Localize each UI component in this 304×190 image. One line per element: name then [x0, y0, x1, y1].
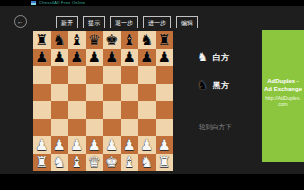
white-bishop-icon: ♝: [123, 155, 136, 170]
square-f7[interactable]: ♟: [121, 49, 139, 67]
square-a3[interactable]: [33, 119, 51, 137]
white-pawn-icon: ♟: [123, 138, 136, 153]
square-d6[interactable]: [86, 66, 104, 84]
square-h1[interactable]: ♜: [156, 154, 174, 172]
square-g4[interactable]: [138, 101, 156, 119]
black-rook-icon: ♜: [35, 33, 48, 48]
player-black[interactable]: ♞黑方: [197, 78, 229, 92]
square-h7[interactable]: ♟: [156, 49, 174, 67]
black-rook-icon: ♜: [158, 33, 171, 48]
white-pawn-icon: ♟: [140, 138, 153, 153]
square-g3[interactable]: [138, 119, 156, 137]
square-e4[interactable]: [103, 101, 121, 119]
white-pawn-icon: ♟: [105, 138, 118, 153]
game-area: ♜♞♝♛♚♝♞♜♟♟♟♟♟♟♟♟♟♟♟♟♟♟♟♟♜♞♝♛♚♝♞♜ ♞白方♞黑方 …: [0, 28, 304, 174]
square-g2[interactable]: ♟: [138, 136, 156, 154]
player-white[interactable]: ♞白方: [197, 50, 229, 64]
white-bishop-icon: ♝: [70, 155, 83, 170]
back-button[interactable]: ←: [14, 15, 27, 28]
square-g1[interactable]: ♞: [138, 154, 156, 172]
white-rook-icon: ♜: [158, 155, 171, 170]
square-g7[interactable]: ♟: [138, 49, 156, 67]
white-pawn-icon: ♟: [70, 138, 83, 153]
square-h8[interactable]: ♜: [156, 31, 174, 49]
square-g8[interactable]: ♞: [138, 31, 156, 49]
black-knight-icon: ♞: [140, 33, 153, 48]
black-bishop-icon: ♝: [70, 33, 83, 48]
black-knight-icon: ♞: [197, 79, 208, 91]
black-pawn-icon: ♟: [158, 50, 171, 65]
black-pawn-icon: ♟: [70, 50, 83, 65]
chess-board: ♜♞♝♛♚♝♞♜♟♟♟♟♟♟♟♟♟♟♟♟♟♟♟♟♜♞♝♛♚♝♞♜: [33, 31, 173, 171]
square-a4[interactable]: [33, 101, 51, 119]
square-f1[interactable]: ♝: [121, 154, 139, 172]
bottom-black-strip: [0, 174, 304, 190]
square-e5[interactable]: [103, 84, 121, 102]
square-d1[interactable]: ♛: [86, 154, 104, 172]
player-list: ♞白方♞黑方: [197, 50, 229, 106]
white-pawn-icon: ♟: [88, 138, 101, 153]
black-pawn-icon: ♟: [35, 50, 48, 65]
app-icon: [31, 1, 36, 5]
white-rook-icon: ♜: [35, 155, 48, 170]
square-a1[interactable]: ♜: [33, 154, 51, 172]
white-pawn-icon: ♟: [53, 138, 66, 153]
black-pawn-icon: ♟: [140, 50, 153, 65]
square-b2[interactable]: ♟: [51, 136, 69, 154]
square-a5[interactable]: [33, 84, 51, 102]
square-f6[interactable]: [121, 66, 139, 84]
square-e8[interactable]: ♚: [103, 31, 121, 49]
square-h2[interactable]: ♟: [156, 136, 174, 154]
square-f5[interactable]: [121, 84, 139, 102]
square-c8[interactable]: ♝: [68, 31, 86, 49]
square-c4[interactable]: [68, 101, 86, 119]
square-c2[interactable]: ♟: [68, 136, 86, 154]
square-d3[interactable]: [86, 119, 104, 137]
square-h6[interactable]: [156, 66, 174, 84]
square-a2[interactable]: ♟: [33, 136, 51, 154]
app-window: Chess4All Free Online ← 新开提示退一步进一步编辑 ♜♞♝…: [0, 0, 304, 190]
ad-url: http://AdDuplex.com: [264, 95, 302, 108]
white-knight-icon: ♞: [140, 155, 153, 170]
square-f2[interactable]: ♟: [121, 136, 139, 154]
square-c5[interactable]: [68, 84, 86, 102]
white-pawn-icon: ♟: [158, 138, 171, 153]
square-b7[interactable]: ♟: [51, 49, 69, 67]
square-d2[interactable]: ♟: [86, 136, 104, 154]
command-bar: ← 新开提示退一步进一步编辑: [0, 6, 304, 28]
square-e6[interactable]: [103, 66, 121, 84]
ad-title: AdDuplex - Ad Exchange: [264, 78, 302, 93]
white-knight-icon: ♞: [197, 51, 208, 63]
square-d4[interactable]: [86, 101, 104, 119]
black-bishop-icon: ♝: [123, 33, 136, 48]
square-e3[interactable]: [103, 119, 121, 137]
square-h4[interactable]: [156, 101, 174, 119]
black-pawn-icon: ♟: [88, 50, 101, 65]
white-pawn-icon: ♟: [35, 138, 48, 153]
square-e7[interactable]: ♟: [103, 49, 121, 67]
black-queen-icon: ♛: [88, 33, 101, 48]
white-king-icon: ♚: [105, 155, 118, 170]
player-label: 黑方: [213, 80, 229, 91]
square-h3[interactable]: [156, 119, 174, 137]
square-e1[interactable]: ♚: [103, 154, 121, 172]
square-d8[interactable]: ♛: [86, 31, 104, 49]
square-c7[interactable]: ♟: [68, 49, 86, 67]
square-b1[interactable]: ♞: [51, 154, 69, 172]
square-c1[interactable]: ♝: [68, 154, 86, 172]
square-g6[interactable]: [138, 66, 156, 84]
square-b8[interactable]: ♞: [51, 31, 69, 49]
square-d7[interactable]: ♟: [86, 49, 104, 67]
square-b6[interactable]: [51, 66, 69, 84]
square-b4[interactable]: [51, 101, 69, 119]
square-c3[interactable]: [68, 119, 86, 137]
ad-banner[interactable]: AdDuplex - Ad Exchange http://AdDuplex.c…: [262, 30, 304, 162]
square-h5[interactable]: [156, 84, 174, 102]
white-knight-icon: ♞: [53, 155, 66, 170]
square-a7[interactable]: ♟: [33, 49, 51, 67]
black-pawn-icon: ♟: [105, 50, 118, 65]
black-pawn-icon: ♟: [123, 50, 136, 65]
square-f3[interactable]: [121, 119, 139, 137]
square-b3[interactable]: [51, 119, 69, 137]
square-e2[interactable]: ♟: [103, 136, 121, 154]
square-g5[interactable]: [138, 84, 156, 102]
square-a8[interactable]: ♜: [33, 31, 51, 49]
black-pawn-icon: ♟: [53, 50, 66, 65]
black-knight-icon: ♞: [53, 33, 66, 48]
square-b5[interactable]: [51, 84, 69, 102]
square-a6[interactable]: [33, 66, 51, 84]
player-label: 白方: [213, 52, 229, 63]
white-queen-icon: ♛: [88, 155, 101, 170]
square-f4[interactable]: [121, 101, 139, 119]
black-king-icon: ♚: [105, 33, 118, 48]
square-c6[interactable]: [68, 66, 86, 84]
square-f8[interactable]: ♝: [121, 31, 139, 49]
square-d5[interactable]: [86, 84, 104, 102]
turn-status: 轮到白方下: [199, 123, 232, 132]
